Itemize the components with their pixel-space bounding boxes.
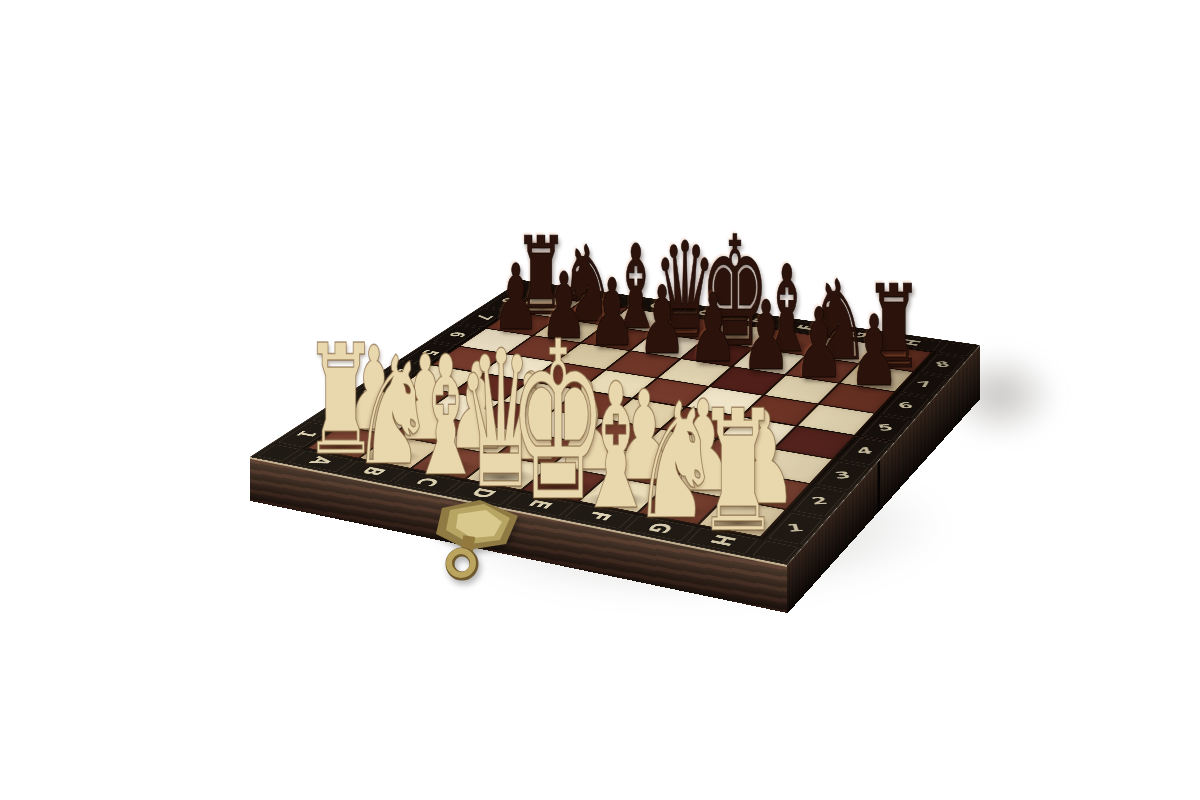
pawn-glyph: ♟ (849, 303, 900, 401)
pawn-glyph: ♟ (741, 288, 791, 384)
pawn-glyph: ♟ (689, 281, 738, 376)
board-scene: AABBCCDDEEFFGGHH8877665544332211 ♜♞♝♛♚♝♞… (0, 0, 1200, 800)
frame-cell (257, 444, 300, 461)
pawn-glyph: ♟ (794, 296, 844, 393)
rook-glyph: ♜ (697, 389, 780, 557)
